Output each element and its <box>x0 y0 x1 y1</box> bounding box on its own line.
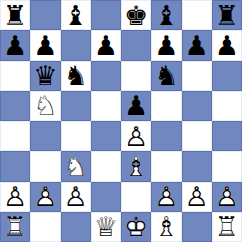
square-a8[interactable]: ♜ <box>0 0 30 30</box>
square-c5[interactable] <box>61 91 91 121</box>
piece-glyph: ♛ <box>30 61 60 91</box>
chess-board: ♜♝♚♝♜♟♟♟♟♟♟♛♞♞♞♘♟♟♙♞♘♝♗♟♙♟♙♟♙♟♙♟♙♟♙♜♖♛♕♚… <box>0 0 242 242</box>
square-e8[interactable]: ♚ <box>121 0 151 30</box>
piece-fill: ♞ <box>61 151 91 181</box>
piece-fill: ♟ <box>151 182 181 212</box>
piece-outline: ♘ <box>61 151 91 181</box>
piece-outline: ♕ <box>91 212 121 242</box>
piece-outline: ♙ <box>30 182 60 212</box>
piece-black-rook: ♜ <box>0 0 30 30</box>
square-h3[interactable] <box>212 151 242 181</box>
square-c3[interactable]: ♞♘ <box>61 151 91 181</box>
piece-white-knight: ♞♘ <box>61 151 91 181</box>
piece-glyph: ♟ <box>182 30 212 60</box>
piece-black-rook: ♜ <box>212 0 242 30</box>
piece-white-knight: ♞♘ <box>30 91 60 121</box>
square-b8[interactable] <box>30 0 60 30</box>
piece-glyph: ♟ <box>0 30 30 60</box>
piece-white-pawn: ♟♙ <box>61 182 91 212</box>
square-f4[interactable] <box>151 121 181 151</box>
square-c7[interactable] <box>61 30 91 60</box>
square-g8[interactable] <box>182 0 212 30</box>
piece-white-king: ♚♔ <box>121 212 151 242</box>
square-e3[interactable]: ♝♗ <box>121 151 151 181</box>
piece-outline: ♘ <box>30 91 60 121</box>
square-f5[interactable] <box>151 91 181 121</box>
piece-white-bishop: ♝♗ <box>121 151 151 181</box>
piece-black-queen: ♛ <box>30 61 60 91</box>
square-c1[interactable] <box>61 212 91 242</box>
piece-fill: ♟ <box>61 182 91 212</box>
piece-white-queen: ♛♕ <box>91 212 121 242</box>
piece-outline: ♙ <box>121 121 151 151</box>
square-f3[interactable] <box>151 151 181 181</box>
piece-black-pawn: ♟ <box>212 30 242 60</box>
square-g7[interactable]: ♟ <box>182 30 212 60</box>
piece-glyph: ♟ <box>151 30 181 60</box>
square-a6[interactable] <box>0 61 30 91</box>
piece-glyph: ♞ <box>151 61 181 91</box>
square-b4[interactable] <box>30 121 60 151</box>
square-h2[interactable]: ♟♙ <box>212 182 242 212</box>
piece-fill: ♝ <box>121 151 151 181</box>
square-e1[interactable]: ♚♔ <box>121 212 151 242</box>
piece-glyph: ♝ <box>151 0 181 30</box>
piece-outline: ♗ <box>151 212 181 242</box>
piece-black-pawn: ♟ <box>0 30 30 60</box>
piece-fill: ♚ <box>121 212 151 242</box>
square-d8[interactable] <box>91 0 121 30</box>
square-h5[interactable] <box>212 91 242 121</box>
piece-black-bishop: ♝ <box>151 0 181 30</box>
square-e5[interactable]: ♟ <box>121 91 151 121</box>
square-a2[interactable]: ♟♙ <box>0 182 30 212</box>
piece-white-pawn: ♟♙ <box>121 121 151 151</box>
piece-black-pawn: ♟ <box>151 30 181 60</box>
piece-outline: ♙ <box>212 182 242 212</box>
square-d6[interactable] <box>91 61 121 91</box>
piece-white-pawn: ♟♙ <box>212 182 242 212</box>
square-h8[interactable]: ♜ <box>212 0 242 30</box>
piece-fill: ♜ <box>212 212 242 242</box>
square-g6[interactable] <box>182 61 212 91</box>
piece-outline: ♖ <box>0 212 30 242</box>
piece-outline: ♗ <box>121 151 151 181</box>
square-e2[interactable] <box>121 182 151 212</box>
piece-fill: ♝ <box>151 212 181 242</box>
square-d2[interactable] <box>91 182 121 212</box>
piece-black-pawn: ♟ <box>121 91 151 121</box>
piece-outline: ♙ <box>61 182 91 212</box>
square-e7[interactable] <box>121 30 151 60</box>
piece-fill: ♟ <box>121 121 151 151</box>
piece-fill: ♟ <box>182 182 212 212</box>
piece-black-king: ♚ <box>121 0 151 30</box>
piece-outline: ♙ <box>0 182 30 212</box>
square-g3[interactable] <box>182 151 212 181</box>
square-g5[interactable] <box>182 91 212 121</box>
piece-glyph: ♝ <box>61 0 91 30</box>
square-d4[interactable] <box>91 121 121 151</box>
piece-glyph: ♞ <box>61 61 91 91</box>
piece-black-knight: ♞ <box>151 61 181 91</box>
square-c8[interactable]: ♝ <box>61 0 91 30</box>
square-b6[interactable]: ♛ <box>30 61 60 91</box>
piece-white-rook: ♜♖ <box>0 212 30 242</box>
piece-black-knight: ♞ <box>61 61 91 91</box>
piece-fill: ♟ <box>30 182 60 212</box>
square-c2[interactable]: ♟♙ <box>61 182 91 212</box>
square-h6[interactable] <box>212 61 242 91</box>
square-f7[interactable]: ♟ <box>151 30 181 60</box>
square-c4[interactable] <box>61 121 91 151</box>
piece-outline: ♙ <box>182 182 212 212</box>
square-f1[interactable]: ♝♗ <box>151 212 181 242</box>
square-g4[interactable] <box>182 121 212 151</box>
piece-glyph: ♜ <box>212 0 242 30</box>
piece-glyph: ♟ <box>212 30 242 60</box>
piece-white-pawn: ♟♙ <box>30 182 60 212</box>
square-d1[interactable]: ♛♕ <box>91 212 121 242</box>
square-c6[interactable]: ♞ <box>61 61 91 91</box>
square-h7[interactable]: ♟ <box>212 30 242 60</box>
piece-fill: ♟ <box>0 182 30 212</box>
square-f2[interactable]: ♟♙ <box>151 182 181 212</box>
square-b7[interactable]: ♟ <box>30 30 60 60</box>
square-d5[interactable] <box>91 91 121 121</box>
square-b2[interactable]: ♟♙ <box>30 182 60 212</box>
square-b5[interactable]: ♞♘ <box>30 91 60 121</box>
square-a3[interactable] <box>0 151 30 181</box>
piece-black-pawn: ♟ <box>182 30 212 60</box>
square-h1[interactable]: ♜♖ <box>212 212 242 242</box>
square-a7[interactable]: ♟ <box>0 30 30 60</box>
square-g1[interactable] <box>182 212 212 242</box>
piece-white-bishop: ♝♗ <box>151 212 181 242</box>
piece-outline: ♙ <box>151 182 181 212</box>
square-d3[interactable] <box>91 151 121 181</box>
piece-white-pawn: ♟♙ <box>182 182 212 212</box>
piece-glyph: ♟ <box>121 91 151 121</box>
piece-white-rook: ♜♖ <box>212 212 242 242</box>
square-g2[interactable]: ♟♙ <box>182 182 212 212</box>
piece-white-pawn: ♟♙ <box>151 182 181 212</box>
square-b3[interactable] <box>30 151 60 181</box>
square-e4[interactable]: ♟♙ <box>121 121 151 151</box>
square-f8[interactable]: ♝ <box>151 0 181 30</box>
piece-white-pawn: ♟♙ <box>0 182 30 212</box>
square-e6[interactable] <box>121 61 151 91</box>
piece-fill: ♞ <box>30 91 60 121</box>
piece-fill: ♜ <box>0 212 30 242</box>
piece-glyph: ♚ <box>121 0 151 30</box>
square-a5[interactable] <box>0 91 30 121</box>
square-a4[interactable] <box>0 121 30 151</box>
piece-outline: ♖ <box>212 212 242 242</box>
square-a1[interactable]: ♜♖ <box>0 212 30 242</box>
piece-fill: ♛ <box>91 212 121 242</box>
piece-glyph: ♟ <box>91 30 121 60</box>
piece-glyph: ♟ <box>30 30 60 60</box>
square-d7[interactable]: ♟ <box>91 30 121 60</box>
square-f6[interactable]: ♞ <box>151 61 181 91</box>
piece-outline: ♔ <box>121 212 151 242</box>
square-h4[interactable] <box>212 121 242 151</box>
piece-glyph: ♜ <box>0 0 30 30</box>
piece-black-pawn: ♟ <box>30 30 60 60</box>
square-b1[interactable] <box>30 212 60 242</box>
piece-black-pawn: ♟ <box>91 30 121 60</box>
piece-black-bishop: ♝ <box>61 0 91 30</box>
piece-fill: ♟ <box>212 182 242 212</box>
